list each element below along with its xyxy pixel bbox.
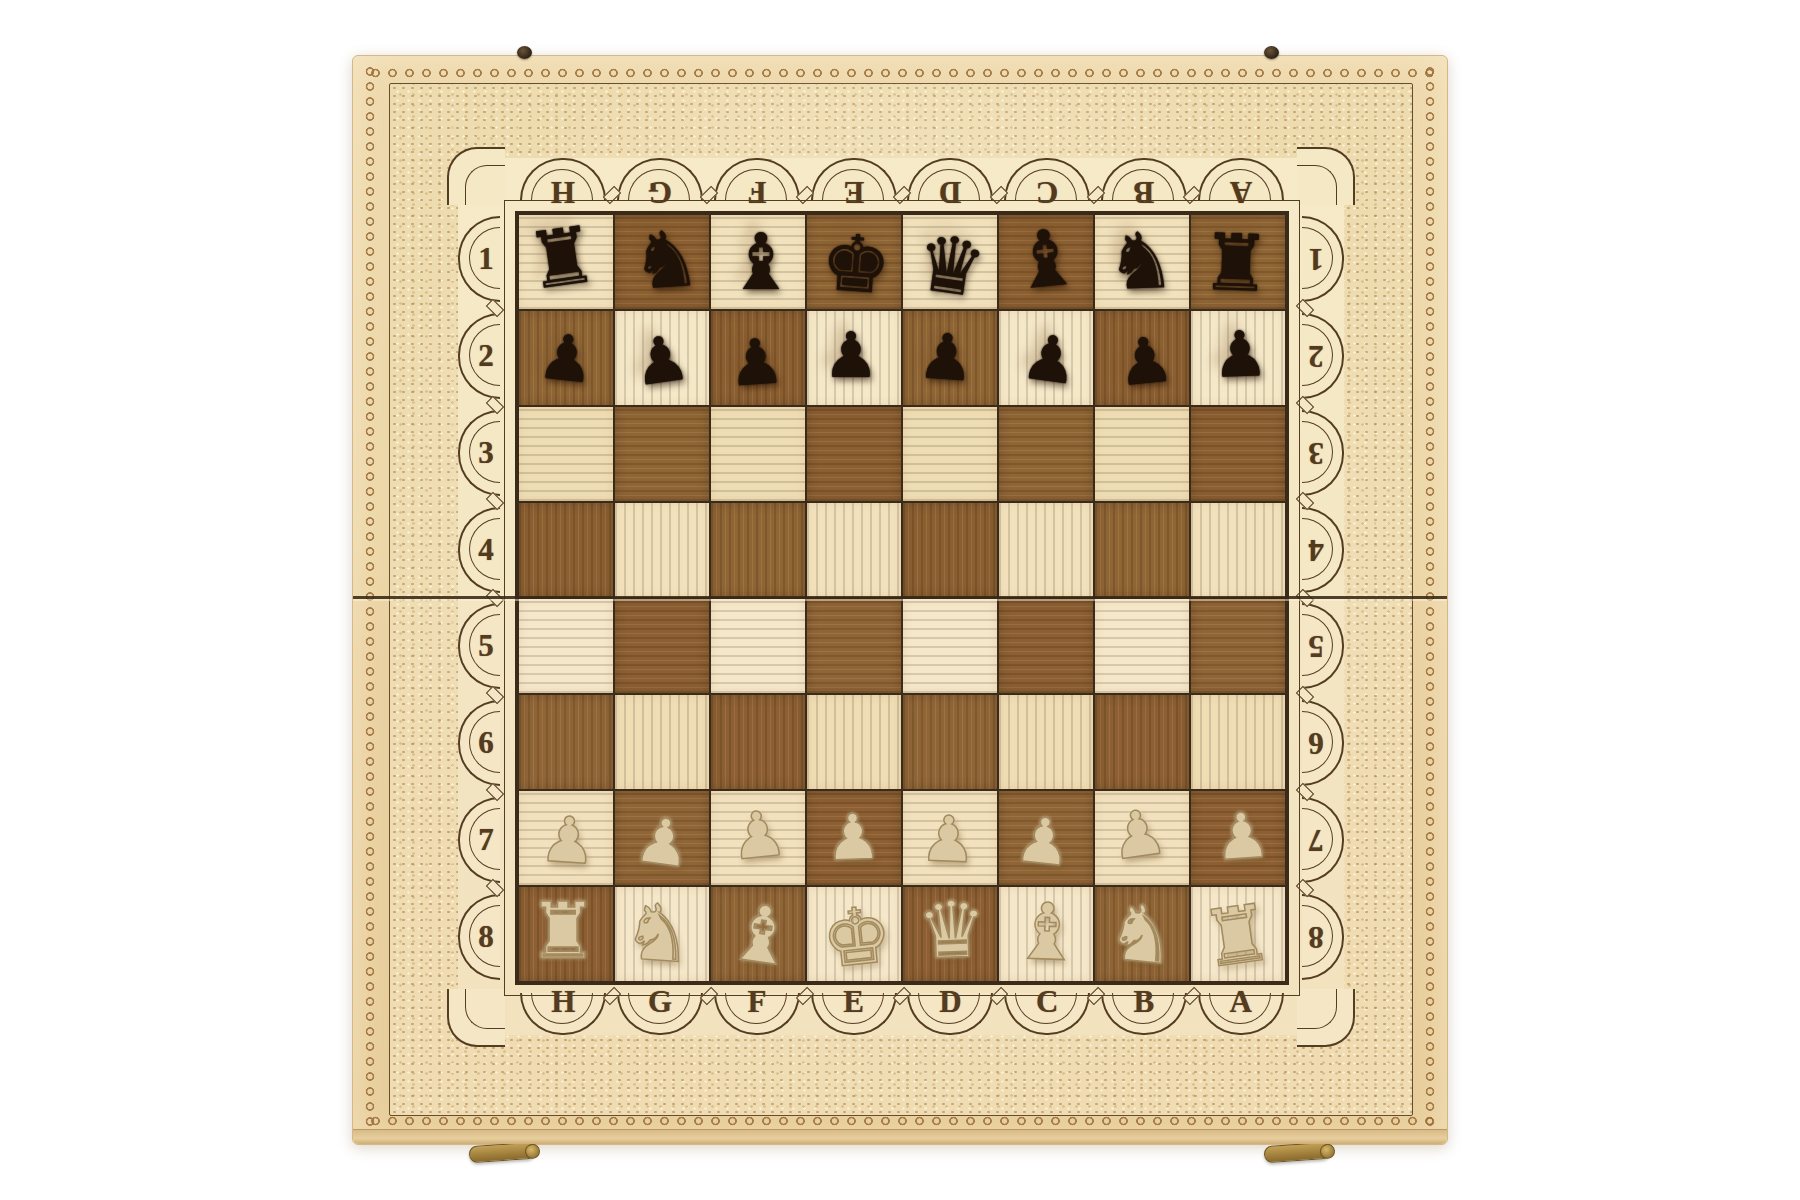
square-g5 xyxy=(615,599,709,693)
piece-light-pawn: ♟ xyxy=(538,807,599,874)
square-g7: ♟ xyxy=(615,791,709,885)
file-label-top: E xyxy=(824,177,884,207)
piece-light-rook: ♜ xyxy=(1197,893,1277,980)
file-label-bottom: H xyxy=(533,987,593,1017)
square-b7: ♟ xyxy=(1095,791,1189,885)
square-g3 xyxy=(615,407,709,501)
rank-label-right: 6 xyxy=(1286,728,1346,758)
square-d8: ♛ xyxy=(903,887,997,981)
square-h7: ♟ xyxy=(519,791,613,885)
square-h3 xyxy=(519,407,613,501)
piece-dark-rook: ♜ xyxy=(1200,223,1273,303)
file-label-top: F xyxy=(727,177,787,207)
square-c5 xyxy=(999,599,1093,693)
piece-dark-pawn: ♟ xyxy=(1114,327,1177,396)
file-label-top: G xyxy=(630,177,690,207)
piece-dark-pawn: ♟ xyxy=(823,324,879,387)
square-b6 xyxy=(1095,695,1189,789)
file-label-bottom: B xyxy=(1114,987,1174,1017)
square-a3 xyxy=(1191,407,1285,501)
square-h4 xyxy=(519,503,613,597)
file-label-top: H xyxy=(533,177,593,207)
piece-light-queen: ♛ xyxy=(916,890,989,970)
piece-light-rook: ♜ xyxy=(528,892,598,970)
rank-label-left: 8 xyxy=(456,922,516,952)
square-d5 xyxy=(903,599,997,693)
square-e8: ♚ xyxy=(807,887,901,981)
square-c3 xyxy=(999,407,1093,501)
brass-clasp-right xyxy=(1263,1142,1330,1164)
piece-dark-queen: ♛ xyxy=(911,223,991,310)
square-e6 xyxy=(807,695,901,789)
square-f3 xyxy=(711,407,805,501)
piece-light-king: ♚ xyxy=(818,895,896,980)
piece-dark-knight: ♞ xyxy=(628,219,703,302)
file-label-bottom: F xyxy=(727,987,787,1017)
file-label-top: C xyxy=(1017,177,1077,207)
brass-clasp-left xyxy=(468,1142,535,1164)
square-b8: ♞ xyxy=(1095,887,1189,981)
piece-light-bishop: ♝ xyxy=(1011,892,1084,972)
square-e7: ♟ xyxy=(807,791,901,885)
square-a7: ♟ xyxy=(1191,791,1285,885)
square-c1: ♝ xyxy=(999,215,1093,309)
piece-dark-king: ♚ xyxy=(818,223,893,306)
square-e3 xyxy=(807,407,901,501)
box-side-edge xyxy=(353,1129,1447,1144)
clasp-knob xyxy=(524,1143,540,1159)
file-label-bottom: G xyxy=(630,987,690,1017)
piece-light-knight: ♞ xyxy=(620,892,695,975)
file-label-bottom: A xyxy=(1211,987,1271,1017)
piece-dark-pawn: ♟ xyxy=(1211,322,1270,387)
rank-label-right: 1 xyxy=(1286,244,1346,274)
rank-label-right: 4 xyxy=(1286,535,1346,565)
frame-corner-bottom-right xyxy=(1297,989,1355,1047)
piece-dark-pawn: ♟ xyxy=(726,329,787,396)
square-b3 xyxy=(1095,407,1189,501)
square-f2: ♟ xyxy=(711,311,805,405)
rank-label-right: 5 xyxy=(1286,631,1346,661)
wooden-chess-box: ♜♞♝♚♛♝♞♜♟♟♟♟♟♟♟♟♟♟♟♟♟♟♟♟♜♞♝♚♛♝♞♜ HH11GG2… xyxy=(352,55,1448,1145)
square-c6 xyxy=(999,695,1093,789)
square-d7: ♟ xyxy=(903,791,997,885)
square-h2: ♟ xyxy=(519,311,613,405)
piece-dark-pawn: ♟ xyxy=(1018,324,1083,394)
piece-light-bishop: ♝ xyxy=(722,892,802,979)
square-b4 xyxy=(1095,503,1189,597)
piece-light-pawn: ♟ xyxy=(1106,799,1171,869)
square-a2: ♟ xyxy=(1191,311,1285,405)
piece-dark-bishop: ♝ xyxy=(726,223,796,301)
square-g6 xyxy=(615,695,709,789)
square-d6 xyxy=(903,695,997,789)
square-e1: ♚ xyxy=(807,215,901,309)
rank-label-left: 1 xyxy=(456,244,516,274)
piece-dark-bishop: ♝ xyxy=(1007,217,1085,302)
square-d1: ♛ xyxy=(903,215,997,309)
square-f5 xyxy=(711,599,805,693)
square-e2: ♟ xyxy=(807,311,901,405)
square-h8: ♜ xyxy=(519,887,613,981)
square-e4 xyxy=(807,503,901,597)
square-b5 xyxy=(1095,599,1189,693)
frame-corner-top-right xyxy=(1297,147,1355,205)
square-a8: ♜ xyxy=(1191,887,1285,981)
square-b1: ♞ xyxy=(1095,215,1189,309)
piece-light-pawn: ♟ xyxy=(727,801,790,870)
piece-light-pawn: ♟ xyxy=(919,807,978,872)
piece-light-knight: ♞ xyxy=(1103,892,1181,977)
rank-label-right: 7 xyxy=(1286,825,1346,855)
square-g2: ♟ xyxy=(615,311,709,405)
file-label-top: B xyxy=(1114,177,1174,207)
rank-label-left: 7 xyxy=(456,825,516,855)
frame-corner-bottom-left xyxy=(447,989,505,1047)
square-a6 xyxy=(1191,695,1285,789)
square-g4 xyxy=(615,503,709,597)
square-g8: ♞ xyxy=(615,887,709,981)
square-a1: ♜ xyxy=(1191,215,1285,309)
square-c7: ♟ xyxy=(999,791,1093,885)
fold-seam-highlight xyxy=(353,599,1447,601)
rank-label-left: 2 xyxy=(456,341,516,371)
square-f8: ♝ xyxy=(711,887,805,981)
file-label-bottom: C xyxy=(1017,987,1077,1017)
square-h1: ♜ xyxy=(519,215,613,309)
square-c8: ♝ xyxy=(999,887,1093,981)
square-b2: ♟ xyxy=(1095,311,1189,405)
square-d3 xyxy=(903,407,997,501)
file-label-bottom: E xyxy=(824,987,884,1017)
rank-label-left: 6 xyxy=(456,728,516,758)
hinge-pin-right xyxy=(1264,46,1279,59)
piece-dark-pawn: ♟ xyxy=(629,325,694,395)
piece-light-pawn: ♟ xyxy=(824,805,883,870)
square-c4 xyxy=(999,503,1093,597)
square-a5 xyxy=(1191,599,1285,693)
square-d2: ♟ xyxy=(903,311,997,405)
clasp-knob xyxy=(1319,1143,1335,1159)
rank-label-left: 4 xyxy=(456,535,516,565)
square-c2: ♟ xyxy=(999,311,1093,405)
rank-label-right: 8 xyxy=(1286,922,1346,952)
rank-label-left: 3 xyxy=(456,438,516,468)
rank-label-right: 3 xyxy=(1286,438,1346,468)
piece-light-pawn: ♟ xyxy=(1212,803,1273,870)
square-h5 xyxy=(519,599,613,693)
frame-corner-top-left xyxy=(447,147,505,205)
square-h6 xyxy=(519,695,613,789)
rank-label-right: 2 xyxy=(1286,341,1346,371)
piece-dark-rook: ♜ xyxy=(522,215,602,302)
file-label-bottom: D xyxy=(920,987,980,1017)
piece-dark-pawn: ♟ xyxy=(916,324,977,391)
rank-label-left: 5 xyxy=(456,631,516,661)
square-d4 xyxy=(903,503,997,597)
square-f4 xyxy=(711,503,805,597)
hinge-pin-left xyxy=(517,46,532,59)
square-a4 xyxy=(1191,503,1285,597)
product-photo-stage: ♜♞♝♚♛♝♞♜♟♟♟♟♟♟♟♟♟♟♟♟♟♟♟♟♜♞♝♚♛♝♞♜ HH11GG2… xyxy=(0,0,1800,1200)
piece-dark-knight: ♞ xyxy=(1105,221,1178,301)
piece-dark-pawn: ♟ xyxy=(535,324,598,393)
square-f7: ♟ xyxy=(711,791,805,885)
file-label-top: A xyxy=(1211,177,1271,207)
square-g1: ♞ xyxy=(615,215,709,309)
piece-light-pawn: ♟ xyxy=(1012,807,1075,876)
square-e5 xyxy=(807,599,901,693)
file-label-top: D xyxy=(920,177,980,207)
square-f6 xyxy=(711,695,805,789)
square-f1: ♝ xyxy=(711,215,805,309)
piece-light-pawn: ♟ xyxy=(631,807,696,877)
